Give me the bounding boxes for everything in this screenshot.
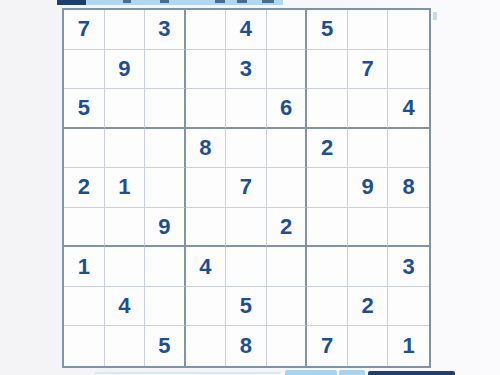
sudoku-cell-r6c3[interactable]: 9: [145, 208, 186, 248]
sudoku-cell-r9c3[interactable]: 5: [145, 326, 186, 366]
sudoku-cell-r7c8[interactable]: [348, 247, 389, 287]
sudoku-cell-r6c5[interactable]: [226, 208, 267, 248]
cropped-toolbar-mark: [262, 0, 274, 3]
sudoku-cell-r3c1[interactable]: 5: [64, 89, 105, 129]
sudoku-cell-r7c1[interactable]: 1: [64, 247, 105, 287]
sudoku-cell-r3c6[interactable]: 6: [267, 89, 308, 129]
sudoku-cell-r9c7[interactable]: 7: [307, 326, 348, 366]
sudoku-cell-r5c5[interactable]: 7: [226, 168, 267, 208]
sudoku-cell-r9c9[interactable]: 1: [388, 326, 429, 366]
sudoku-cell-r6c4[interactable]: [186, 208, 227, 248]
sudoku-cell-r7c9[interactable]: 3: [388, 247, 429, 287]
sudoku-cell-r9c2[interactable]: [105, 326, 146, 366]
cropped-button-fragment: [368, 371, 455, 375]
sudoku-cell-r8c6[interactable]: [267, 287, 308, 327]
sudoku-app-screen: 73459375648221798921434525871: [0, 0, 500, 375]
sudoku-cell-r5c9[interactable]: 8: [388, 168, 429, 208]
sudoku-cell-r5c1[interactable]: 2: [64, 168, 105, 208]
sudoku-cell-r5c7[interactable]: [307, 168, 348, 208]
sudoku-cell-r9c6[interactable]: [267, 326, 308, 366]
sudoku-cell-r2c5[interactable]: 3: [226, 50, 267, 90]
sudoku-cell-r4c8[interactable]: [348, 129, 389, 169]
sudoku-cell-r2c2[interactable]: 9: [105, 50, 146, 90]
sudoku-cell-r1c6[interactable]: [267, 10, 308, 50]
sudoku-cell-r3c3[interactable]: [145, 89, 186, 129]
sudoku-cell-r4c7[interactable]: 2: [307, 129, 348, 169]
sudoku-cell-r3c2[interactable]: [105, 89, 146, 129]
sudoku-cell-r4c4[interactable]: 8: [186, 129, 227, 169]
sudoku-cell-r6c8[interactable]: [348, 208, 389, 248]
sudoku-cell-r2c3[interactable]: [145, 50, 186, 90]
sudoku-cell-r1c9[interactable]: [388, 10, 429, 50]
sudoku-cell-r6c7[interactable]: [307, 208, 348, 248]
sudoku-cell-r7c2[interactable]: [105, 247, 146, 287]
cropped-ui-fragment: [95, 372, 280, 374]
sudoku-cell-r8c3[interactable]: [145, 287, 186, 327]
sudoku-cell-r2c6[interactable]: [267, 50, 308, 90]
cropped-ui-fragment: [433, 12, 437, 20]
sudoku-cell-r5c8[interactable]: 9: [348, 168, 389, 208]
sudoku-cell-r6c6[interactable]: 2: [267, 208, 308, 248]
cropped-toolbar-fragment: [57, 0, 283, 5]
sudoku-cell-r7c6[interactable]: [267, 247, 308, 287]
sudoku-cell-r8c9[interactable]: [388, 287, 429, 327]
sudoku-cell-r1c4[interactable]: [186, 10, 227, 50]
cropped-toolbar-navy-segment: [57, 0, 86, 5]
sudoku-cell-r6c9[interactable]: [388, 208, 429, 248]
sudoku-cell-r9c4[interactable]: [186, 326, 227, 366]
sudoku-cell-r8c2[interactable]: 4: [105, 287, 146, 327]
sudoku-cell-r1c1[interactable]: 7: [64, 10, 105, 50]
cropped-toolbar-mark: [160, 0, 169, 3]
sudoku-cell-r2c9[interactable]: [388, 50, 429, 90]
sudoku-cell-r4c9[interactable]: [388, 129, 429, 169]
sudoku-cell-r4c1[interactable]: [64, 129, 105, 169]
sudoku-cell-r2c8[interactable]: 7: [348, 50, 389, 90]
sudoku-cell-r3c7[interactable]: [307, 89, 348, 129]
cropped-button-fragment: [339, 370, 365, 375]
sudoku-cell-r8c5[interactable]: 5: [226, 287, 267, 327]
sudoku-cell-r1c7[interactable]: 5: [307, 10, 348, 50]
sudoku-cell-r7c3[interactable]: [145, 247, 186, 287]
sudoku-cell-r6c2[interactable]: [105, 208, 146, 248]
sudoku-cell-r3c9[interactable]: 4: [388, 89, 429, 129]
sudoku-cell-r2c1[interactable]: [64, 50, 105, 90]
sudoku-cell-r7c5[interactable]: [226, 247, 267, 287]
sudoku-cell-r9c5[interactable]: 8: [226, 326, 267, 366]
sudoku-cell-r2c4[interactable]: [186, 50, 227, 90]
sudoku-cell-r9c1[interactable]: [64, 326, 105, 366]
sudoku-cell-r7c4[interactable]: 4: [186, 247, 227, 287]
sudoku-cell-r2c7[interactable]: [307, 50, 348, 90]
sudoku-cell-r5c2[interactable]: 1: [105, 168, 146, 208]
sudoku-cell-r4c6[interactable]: [267, 129, 308, 169]
sudoku-cell-r1c3[interactable]: 3: [145, 10, 186, 50]
sudoku-cell-r9c8[interactable]: [348, 326, 389, 366]
sudoku-board: 73459375648221798921434525871: [62, 8, 431, 368]
sudoku-cell-r4c3[interactable]: [145, 129, 186, 169]
sudoku-cell-r4c5[interactable]: [226, 129, 267, 169]
cropped-toolbar-mark: [123, 0, 131, 3]
sudoku-cell-r3c5[interactable]: [226, 89, 267, 129]
sudoku-cell-r8c7[interactable]: [307, 287, 348, 327]
cropped-toolbar-mark: [215, 0, 225, 3]
sudoku-cell-r3c8[interactable]: [348, 89, 389, 129]
sudoku-cell-r8c1[interactable]: [64, 287, 105, 327]
sudoku-cell-r4c2[interactable]: [105, 129, 146, 169]
sudoku-cell-r1c5[interactable]: 4: [226, 10, 267, 50]
cropped-toolbar-mark: [237, 0, 247, 3]
sudoku-cell-r3c4[interactable]: [186, 89, 227, 129]
sudoku-cell-r1c8[interactable]: [348, 10, 389, 50]
sudoku-cell-r7c7[interactable]: [307, 247, 348, 287]
cropped-button-fragment: [285, 370, 337, 375]
sudoku-cell-r1c2[interactable]: [105, 10, 146, 50]
sudoku-cell-r8c4[interactable]: [186, 287, 227, 327]
sudoku-cell-r6c1[interactable]: [64, 208, 105, 248]
sudoku-cell-r8c8[interactable]: 2: [348, 287, 389, 327]
sudoku-cell-r5c4[interactable]: [186, 168, 227, 208]
sudoku-cell-r5c3[interactable]: [145, 168, 186, 208]
sudoku-cell-r5c6[interactable]: [267, 168, 308, 208]
